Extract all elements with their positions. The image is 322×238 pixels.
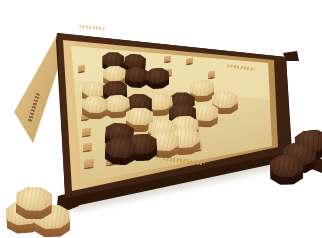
- intersection-peg: [82, 127, 91, 137]
- captured-light-piece-2[interactable]: [16, 187, 53, 220]
- captured-dark-piece-2[interactable]: [269, 154, 303, 184]
- pieces-layer: [0, 0, 322, 238]
- intersection-peg: [78, 64, 85, 73]
- dark-piece-top: [102, 52, 124, 66]
- intersection-peg: [84, 158, 94, 169]
- intersection-peg: [208, 71, 215, 80]
- light-piece-r3c0[interactable]: [82, 95, 109, 119]
- dark-piece-top: [269, 154, 302, 176]
- intersection-peg: [83, 143, 92, 154]
- light-piece-top: [82, 95, 108, 113]
- dark-piece-r6c1[interactable]: [105, 137, 136, 165]
- dark-piece-r1c2[interactable]: [124, 67, 148, 89]
- intersection-peg: [164, 56, 171, 64]
- dark-piece-r1c3[interactable]: [146, 67, 170, 89]
- board-game-photo: [0, 0, 322, 238]
- intersection-peg: [185, 58, 192, 66]
